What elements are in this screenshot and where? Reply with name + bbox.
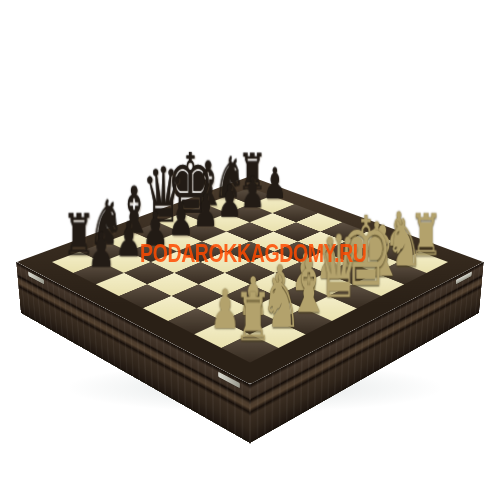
piece-black-pawn-h7: ♟ <box>259 164 291 205</box>
piece-white-rook-h1: ♜ <box>409 208 444 263</box>
piece-black-knight-g8: ♞ <box>214 150 246 205</box>
piece-white-pawn-h2: ♟ <box>381 208 415 253</box>
hinge-icon <box>218 372 240 389</box>
hinge-icon <box>456 272 472 285</box>
piece-black-rook-a8: ♜ <box>61 208 96 263</box>
product-photo: ♜♞♝♛♚♝♞♜♟♟♟♟♟♟♟♟♟♟♟♟♟♟♟♟♜♞♝♛♚♝♞♜ PODAROK… <box>0 0 500 500</box>
square-h8: ♜ <box>228 188 272 205</box>
hinge-icon <box>28 271 44 284</box>
piece-black-rook-h8: ♜ <box>237 148 268 196</box>
piece-black-bishop-c8: ♝ <box>116 181 150 243</box>
watermark: PODAROKKAGDOMY.RU <box>140 238 367 269</box>
square-a8: ♜ <box>52 252 101 273</box>
square-d1: ♛ <box>303 296 356 321</box>
chess-box: ♜♞♝♛♚♝♞♜♟♟♟♟♟♟♟♟♟♟♟♟♟♟♟♟♜♞♝♛♚♝♞♜ <box>17 176 484 384</box>
